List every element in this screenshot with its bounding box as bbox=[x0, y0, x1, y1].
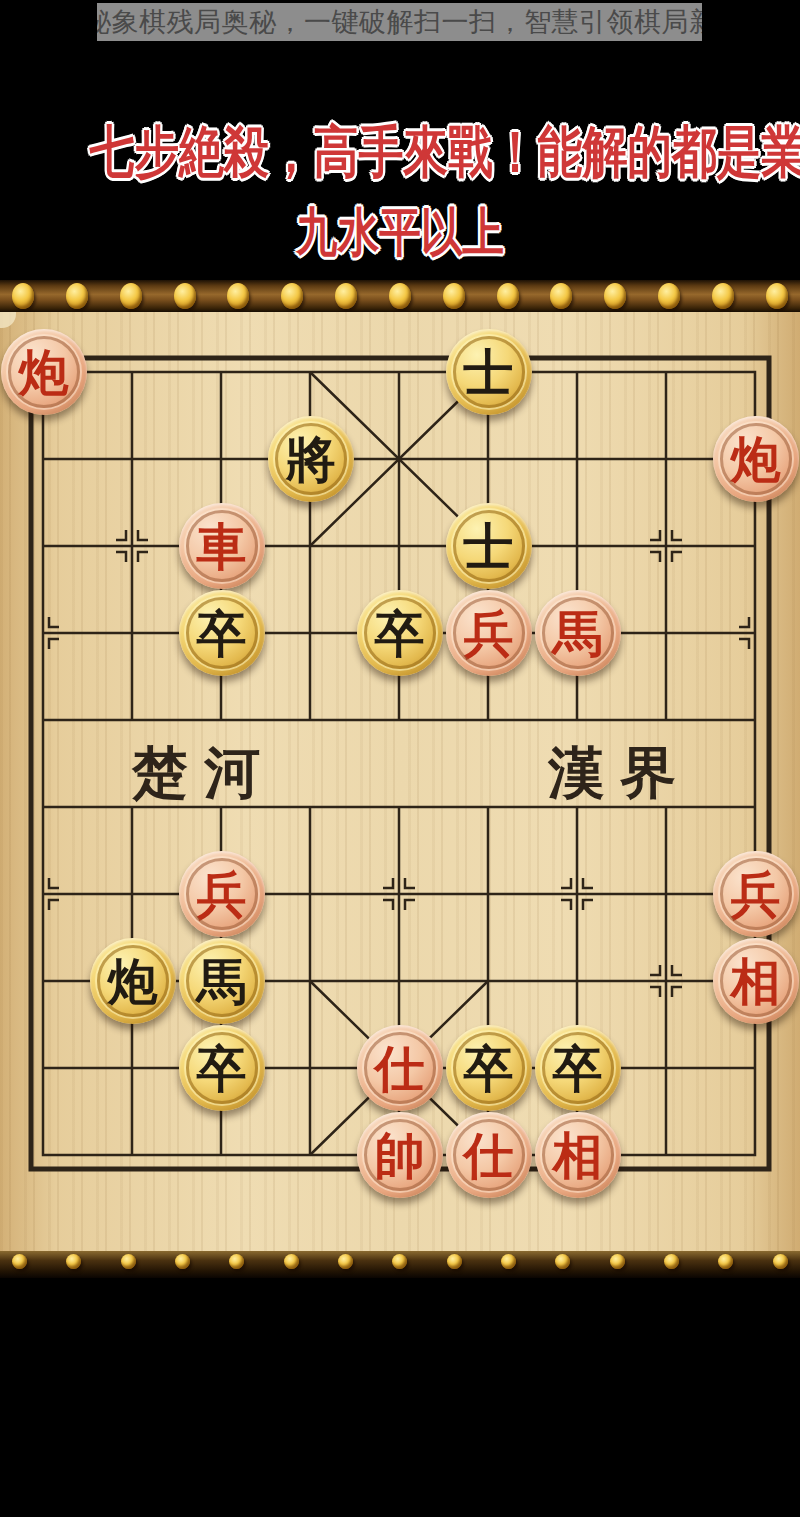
piece-black-soldier[interactable]: 卒 bbox=[535, 1025, 621, 1111]
xiangqi-board: 楚河 漢界 炮士將炮車士卒卒兵馬兵兵炮馬相卒仕卒卒帥仕相 bbox=[0, 312, 800, 1251]
piece-red-general[interactable]: 帥 bbox=[357, 1112, 443, 1198]
gold-stud-icon bbox=[610, 1254, 625, 1269]
gold-stud-icon bbox=[443, 283, 465, 309]
gold-stud-icon bbox=[12, 283, 34, 309]
gold-stud-icon bbox=[175, 1254, 190, 1269]
stud-strip-top bbox=[0, 280, 800, 312]
gold-stud-icon bbox=[281, 283, 303, 309]
banner-line2: 九水平以上 bbox=[296, 202, 504, 264]
gold-stud-icon bbox=[120, 283, 142, 309]
piece-red-soldier[interactable]: 兵 bbox=[713, 851, 799, 937]
screen: 秘象棋残局奥秘，一键破解扫一扫，智慧引领棋局新纪 七步絶殺，高手來戰！能解的都是… bbox=[0, 0, 800, 1517]
gold-stud-icon bbox=[718, 1254, 733, 1269]
piece-red-cannon[interactable]: 炮 bbox=[1, 329, 87, 415]
gold-stud-icon bbox=[121, 1254, 136, 1269]
gold-stud-icon bbox=[229, 1254, 244, 1269]
piece-black-cannon[interactable]: 炮 bbox=[90, 938, 176, 1024]
piece-red-advisor[interactable]: 仕 bbox=[446, 1112, 532, 1198]
piece-black-soldier[interactable]: 卒 bbox=[446, 1025, 532, 1111]
piece-red-advisor[interactable]: 仕 bbox=[357, 1025, 443, 1111]
gold-stud-icon bbox=[501, 1254, 516, 1269]
piece-layer: 炮士將炮車士卒卒兵馬兵兵炮馬相卒仕卒卒帥仕相 bbox=[0, 328, 800, 1198]
gold-stud-icon bbox=[338, 1254, 353, 1269]
gold-stud-icon bbox=[66, 1254, 81, 1269]
gold-stud-icon bbox=[392, 1254, 407, 1269]
gold-stud-icon bbox=[174, 283, 196, 309]
gold-stud-icon bbox=[335, 283, 357, 309]
gold-stud-icon bbox=[664, 1254, 679, 1269]
banner-line1: 七步絶殺，高手來戰！能解的都是業 bbox=[90, 116, 800, 188]
piece-black-general[interactable]: 將 bbox=[268, 416, 354, 502]
piece-red-chariot[interactable]: 車 bbox=[179, 503, 265, 589]
piece-black-advisor[interactable]: 士 bbox=[446, 329, 532, 415]
piece-black-soldier[interactable]: 卒 bbox=[179, 590, 265, 676]
gold-stud-icon bbox=[497, 283, 519, 309]
piece-red-soldier[interactable]: 兵 bbox=[179, 851, 265, 937]
stud-strip-bottom bbox=[0, 1251, 800, 1278]
gold-stud-icon bbox=[66, 283, 88, 309]
gold-stud-icon bbox=[447, 1254, 462, 1269]
gold-stud-icon bbox=[766, 283, 788, 309]
gold-stud-icon bbox=[555, 1254, 570, 1269]
gold-stud-icon bbox=[658, 283, 680, 309]
piece-red-elephant[interactable]: 相 bbox=[713, 938, 799, 1024]
promo-banner: 七步絶殺，高手來戰！能解的都是業 九水平以上 bbox=[0, 116, 800, 264]
gold-stud-icon bbox=[773, 1254, 788, 1269]
gold-stud-icon bbox=[227, 283, 249, 309]
gold-stud-icon bbox=[604, 283, 626, 309]
gold-stud-icon bbox=[284, 1254, 299, 1269]
ad-title-text: 秘象棋残局奥秘，一键破解扫一扫，智慧引领棋局新纪 bbox=[97, 4, 702, 40]
gold-stud-icon bbox=[389, 283, 411, 309]
piece-red-elephant[interactable]: 相 bbox=[535, 1112, 621, 1198]
piece-black-soldier[interactable]: 卒 bbox=[357, 590, 443, 676]
gold-stud-icon bbox=[712, 283, 734, 309]
gold-stud-icon bbox=[550, 283, 572, 309]
ad-title-bar: 秘象棋残局奥秘，一键破解扫一扫，智慧引领棋局新纪 bbox=[97, 3, 702, 41]
piece-black-soldier[interactable]: 卒 bbox=[179, 1025, 265, 1111]
gold-stud-icon bbox=[12, 1254, 27, 1269]
piece-red-soldier[interactable]: 兵 bbox=[446, 590, 532, 676]
piece-black-advisor[interactable]: 士 bbox=[446, 503, 532, 589]
piece-red-cannon[interactable]: 炮 bbox=[713, 416, 799, 502]
piece-black-horse[interactable]: 馬 bbox=[179, 938, 265, 1024]
piece-red-horse[interactable]: 馬 bbox=[535, 590, 621, 676]
